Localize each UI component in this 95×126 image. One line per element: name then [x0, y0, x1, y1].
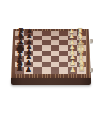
board-square [15, 67, 24, 73]
board-square [59, 67, 68, 73]
board-front-edge [11, 78, 92, 84]
board-square [77, 67, 86, 73]
board-square [42, 67, 51, 73]
hinge-icon-bottom [90, 68, 93, 72]
board-square [33, 67, 42, 73]
board-square [24, 67, 33, 73]
hinge-icon-top [90, 39, 93, 43]
chess-board [11, 29, 91, 79]
board-surface [15, 31, 86, 74]
board-square [68, 67, 77, 73]
product-photo[interactable]: ♜♟♟♜♞♟♟♞♝♟♟♝♛♟♟♛♚♟♟♚♝♟♟♝♞♟♟♞♜♟♟♜ [0, 0, 95, 126]
board-square [51, 67, 60, 73]
